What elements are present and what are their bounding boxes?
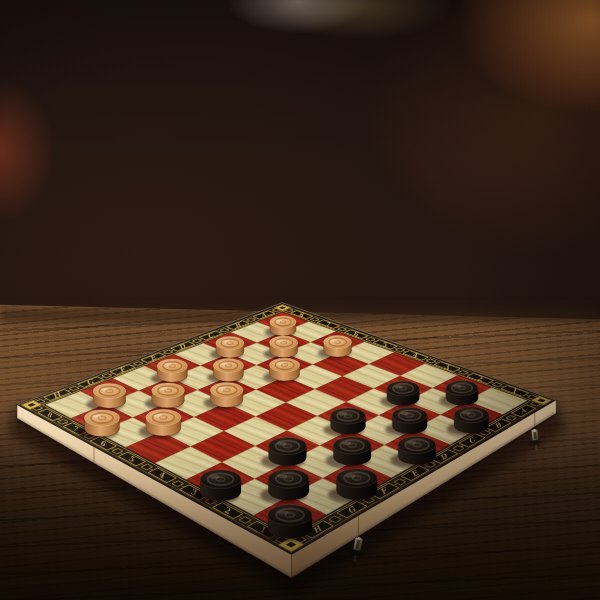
piece-highlight [407, 441, 416, 444]
piece-highlight [277, 442, 286, 445]
piece-highlight [342, 442, 351, 445]
piece-highlight [154, 414, 162, 417]
piece-highlight [278, 475, 288, 479]
piece-highlight [400, 412, 408, 415]
checkers-board-svg: ABCDEFGHABCDEFGH8765432187654321 [0, 0, 600, 600]
scene: ABCDEFGHABCDEFGH8765432187654321 [0, 0, 600, 600]
piece-highlight [462, 411, 470, 414]
piece-highlight [222, 340, 229, 343]
piece-highlight [339, 412, 347, 415]
piece-highlight [346, 474, 356, 478]
piece-highlight [218, 387, 226, 390]
piece-highlight [93, 414, 101, 417]
piece-highlight [276, 319, 282, 321]
piece-highlight [159, 387, 167, 390]
piece-highlight [101, 388, 109, 391]
piece-highlight [276, 340, 283, 343]
piece-highlight [394, 385, 402, 388]
piece-highlight [164, 363, 171, 366]
piece-highlight [220, 362, 227, 365]
piece-highlight [210, 475, 220, 479]
piece-highlight [330, 339, 337, 342]
piece-highlight [278, 511, 289, 515]
piece-highlight [453, 385, 461, 388]
piece-highlight [276, 362, 283, 365]
